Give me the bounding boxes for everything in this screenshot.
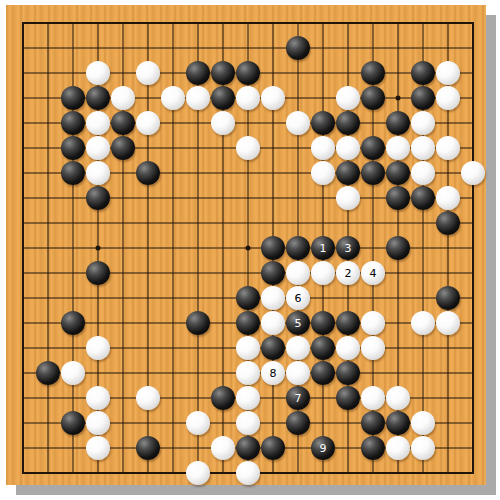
white-stone (186, 461, 210, 485)
move-number-label: 3 (345, 243, 352, 254)
go-board[interactable]: 132465879 (6, 5, 486, 485)
white-stone (261, 311, 285, 335)
black-stone (211, 86, 235, 110)
white-stone (336, 86, 360, 110)
black-stone (311, 336, 335, 360)
black-stone (186, 311, 210, 335)
black-stone (361, 61, 385, 85)
star-point (96, 246, 101, 251)
black-stone (286, 36, 310, 60)
black-stone (36, 361, 60, 385)
white-stone (86, 161, 110, 185)
black-stone (436, 286, 460, 310)
black-stone (361, 161, 385, 185)
white-stone (111, 86, 135, 110)
black-stone (386, 186, 410, 210)
black-stone (386, 236, 410, 260)
white-stone (411, 411, 435, 435)
white-stone (236, 361, 260, 385)
white-stone (136, 386, 160, 410)
black-stone (111, 111, 135, 135)
black-stone (361, 436, 385, 460)
white-stone (86, 411, 110, 435)
white-stone (86, 436, 110, 460)
white-stone (286, 261, 310, 285)
black-stone (386, 161, 410, 185)
white-stone (411, 161, 435, 185)
black-stone (411, 186, 435, 210)
white-stone (136, 111, 160, 135)
white-stone (211, 111, 235, 135)
white-stone (411, 111, 435, 135)
white-stone (236, 411, 260, 435)
black-stone (261, 436, 285, 460)
black-stone (61, 311, 85, 335)
black-stone (236, 436, 260, 460)
black-stone: 7 (286, 386, 310, 410)
black-stone (311, 311, 335, 335)
white-stone (286, 111, 310, 135)
white-stone (361, 336, 385, 360)
white-stone (461, 161, 485, 185)
white-stone (86, 111, 110, 135)
white-stone (386, 136, 410, 160)
black-stone: 9 (311, 436, 335, 460)
white-stone (436, 86, 460, 110)
white-stone (86, 61, 110, 85)
black-stone (361, 411, 385, 435)
black-stone (336, 386, 360, 410)
black-stone (111, 136, 135, 160)
white-stone (236, 86, 260, 110)
black-stone (86, 261, 110, 285)
white-stone (411, 136, 435, 160)
black-stone: 5 (286, 311, 310, 335)
white-stone (336, 336, 360, 360)
move-number-label: 5 (295, 318, 302, 329)
black-stone (61, 136, 85, 160)
black-stone (336, 311, 360, 335)
black-stone (386, 111, 410, 135)
move-number-label: 8 (270, 368, 277, 379)
black-stone (236, 311, 260, 335)
move-number-label: 6 (295, 293, 302, 304)
black-stone (336, 111, 360, 135)
white-stone (436, 186, 460, 210)
move-number-label: 4 (370, 268, 377, 279)
black-stone (211, 61, 235, 85)
black-stone (436, 211, 460, 235)
black-stone (411, 86, 435, 110)
black-stone (136, 436, 160, 460)
white-stone (386, 436, 410, 460)
black-stone (261, 336, 285, 360)
black-stone (211, 386, 235, 410)
black-stone (61, 161, 85, 185)
black-stone: 3 (336, 236, 360, 260)
white-stone (286, 361, 310, 385)
black-stone (136, 161, 160, 185)
black-stone (261, 236, 285, 260)
white-stone (86, 336, 110, 360)
screenshot-root: { "game": "go", "board": { "size": 19, "… (0, 0, 500, 500)
white-stone (336, 136, 360, 160)
white-stone (311, 261, 335, 285)
white-stone (436, 61, 460, 85)
star-point (396, 96, 401, 101)
white-stone (411, 311, 435, 335)
black-stone (311, 111, 335, 135)
black-stone (236, 286, 260, 310)
black-stone (61, 86, 85, 110)
black-stone (186, 61, 210, 85)
move-number-label: 2 (345, 268, 352, 279)
white-stone (311, 136, 335, 160)
white-stone (436, 311, 460, 335)
black-stone (336, 161, 360, 185)
white-stone (211, 436, 235, 460)
black-stone (336, 361, 360, 385)
white-stone (386, 386, 410, 410)
star-point (246, 246, 251, 251)
black-stone (236, 61, 260, 85)
white-stone (86, 136, 110, 160)
black-stone (261, 261, 285, 285)
white-stone (61, 361, 85, 385)
white-stone (311, 161, 335, 185)
black-stone (86, 86, 110, 110)
black-stone (411, 61, 435, 85)
white-stone (161, 86, 185, 110)
white-stone (186, 86, 210, 110)
white-stone (236, 336, 260, 360)
white-stone: 8 (261, 361, 285, 385)
white-stone: 4 (361, 261, 385, 285)
white-stone (261, 86, 285, 110)
black-stone (311, 361, 335, 385)
black-stone (386, 411, 410, 435)
white-stone (286, 336, 310, 360)
black-stone (86, 186, 110, 210)
black-stone (361, 86, 385, 110)
white-stone (436, 136, 460, 160)
white-stone (136, 61, 160, 85)
white-stone: 2 (336, 261, 360, 285)
black-stone (61, 411, 85, 435)
white-stone (411, 436, 435, 460)
white-stone (261, 286, 285, 310)
white-stone: 6 (286, 286, 310, 310)
white-stone (236, 461, 260, 485)
move-number-label: 9 (320, 443, 327, 454)
black-stone (286, 411, 310, 435)
black-stone (286, 236, 310, 260)
black-stone (361, 136, 385, 160)
white-stone (186, 411, 210, 435)
white-stone (86, 386, 110, 410)
white-stone (361, 311, 385, 335)
black-stone (61, 111, 85, 135)
move-number-label: 7 (295, 393, 302, 404)
black-stone: 1 (311, 236, 335, 260)
move-number-label: 1 (320, 243, 327, 254)
white-stone (236, 386, 260, 410)
white-stone (336, 186, 360, 210)
white-stone (236, 136, 260, 160)
white-stone (361, 386, 385, 410)
